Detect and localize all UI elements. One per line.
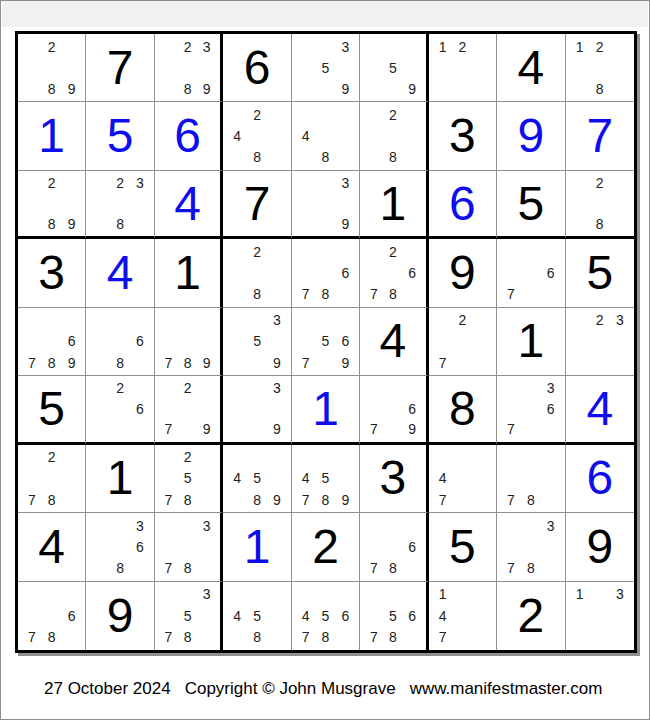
candidate-empty (364, 378, 383, 398)
candidate-8: 8 (316, 489, 336, 510)
cell-r9c6[interactable]: 5678 (360, 582, 428, 650)
candidate-2: 2 (110, 173, 130, 193)
candidate-empty (296, 78, 316, 99)
cell-r7c5[interactable]: 45789 (292, 445, 360, 513)
pencil-marks: 378 (501, 515, 560, 578)
cell-r6c6[interactable]: 679 (360, 376, 428, 444)
candidate-empty (364, 605, 383, 626)
candidate-empty (267, 627, 287, 648)
cell-r5c6[interactable]: 4 (360, 308, 428, 376)
candidate-empty (296, 193, 316, 213)
candidate-empty (364, 515, 383, 536)
given-digit: 2 (312, 523, 339, 571)
cell-r6c1[interactable]: 5 (18, 376, 86, 444)
candidate-7: 7 (364, 419, 383, 439)
candidate-empty (247, 447, 267, 468)
cell-r7c4[interactable]: 4589 (223, 445, 291, 513)
candidate-2: 2 (590, 36, 610, 57)
candidate-empty (90, 331, 110, 352)
candidate-empty (178, 331, 197, 352)
candidate-empty (433, 78, 453, 99)
candidate-empty (570, 57, 590, 78)
candidate-empty (403, 515, 422, 536)
cell-r5c4[interactable]: 359 (223, 308, 291, 376)
pencil-marks: 238 (90, 173, 149, 234)
cell-r4c4[interactable]: 28 (223, 239, 291, 307)
candidate-empty (159, 468, 178, 489)
cell-r7c1[interactable]: 278 (18, 445, 86, 513)
candidate-empty (267, 447, 287, 468)
cell-r3c5[interactable]: 39 (292, 171, 360, 239)
pencil-marks: 39 (296, 173, 355, 234)
candidate-empty (590, 193, 610, 213)
candidate-2: 2 (383, 241, 402, 262)
candidate-empty (590, 627, 610, 648)
candidate-7: 7 (501, 419, 521, 439)
candidate-5: 5 (247, 468, 267, 489)
candidate-7: 7 (433, 627, 453, 648)
cell-r9c3[interactable]: 3578 (155, 582, 223, 650)
cell-r9c8[interactable]: 2 (497, 582, 565, 650)
pencil-marks: 39 (227, 378, 286, 439)
candidate-7: 7 (159, 352, 178, 373)
candidate-2: 2 (42, 173, 62, 193)
candidate-empty (472, 78, 492, 99)
cell-r3c6[interactable]: 1 (360, 171, 428, 239)
cell-r7c7[interactable]: 47 (429, 445, 497, 513)
pencil-marks: 48 (296, 104, 355, 167)
candidate-9: 9 (62, 78, 82, 99)
candidate-empty (178, 399, 197, 419)
candidate-empty (90, 173, 110, 193)
candidate-empty (570, 214, 590, 234)
cell-r2c2[interactable]: 5 (86, 102, 154, 170)
cell-r3c1[interactable]: 289 (18, 171, 86, 239)
candidate-empty (197, 605, 216, 626)
candidate-1: 1 (570, 36, 590, 57)
cell-r8c8[interactable]: 378 (497, 513, 565, 581)
candidate-empty (110, 310, 130, 331)
candidate-empty (610, 605, 630, 626)
pencil-marks: 26 (90, 378, 149, 439)
candidate-empty (62, 310, 82, 331)
candidate-empty (335, 468, 355, 489)
pencil-marks: 5679 (296, 310, 355, 373)
candidate-empty (570, 605, 590, 626)
candidate-8: 8 (316, 147, 336, 168)
candidate-6: 6 (403, 536, 422, 557)
cell-r8c3[interactable]: 378 (155, 513, 223, 581)
cell-r8c4[interactable]: 1 (223, 513, 291, 581)
candidate-5: 5 (383, 605, 402, 626)
pencil-marks: 78 (501, 447, 560, 510)
candidate-9: 9 (267, 489, 287, 510)
candidate-7: 7 (159, 419, 178, 439)
candidate-empty (90, 214, 110, 234)
candidate-empty (159, 584, 178, 605)
candidate-empty (22, 78, 42, 99)
candidate-empty (335, 193, 355, 213)
candidate-empty (541, 557, 561, 578)
candidate-empty (42, 605, 62, 626)
candidate-empty (247, 310, 267, 331)
candidate-empty (335, 627, 355, 648)
candidate-empty (130, 352, 150, 373)
candidate-7: 7 (22, 352, 42, 373)
candidate-empty (296, 36, 316, 57)
candidate-empty (383, 126, 402, 147)
candidate-empty (197, 399, 216, 419)
candidate-6: 6 (335, 331, 355, 352)
candidate-empty (247, 584, 267, 605)
candidate-empty (335, 241, 355, 262)
candidate-empty (227, 419, 247, 439)
pencil-marks: 289 (22, 173, 81, 234)
cell-r1c4[interactable]: 6 (223, 34, 291, 102)
solved-digit: 9 (517, 112, 544, 160)
cell-r9c1[interactable]: 678 (18, 582, 86, 650)
cell-r2c6[interactable]: 28 (360, 102, 428, 170)
cell-r1c2[interactable]: 7 (86, 34, 154, 102)
candidate-empty (335, 126, 355, 147)
candidate-empty (433, 447, 453, 468)
candidate-empty (296, 310, 316, 331)
candidate-empty (383, 262, 402, 283)
cell-r6c5[interactable]: 1 (292, 376, 360, 444)
candidate-empty (521, 241, 541, 262)
cell-r6c9[interactable]: 4 (566, 376, 634, 444)
candidate-empty (197, 378, 216, 398)
top-margin-band (2, 1, 648, 27)
candidate-empty (22, 331, 42, 352)
candidate-empty (267, 126, 287, 147)
cell-r4c7[interactable]: 9 (429, 239, 497, 307)
candidate-empty (541, 419, 561, 439)
candidate-7: 7 (296, 489, 316, 510)
cell-r1c3[interactable]: 2389 (155, 34, 223, 102)
candidate-7: 7 (364, 627, 383, 648)
candidate-3: 3 (610, 310, 630, 331)
cell-r3c8[interactable]: 5 (497, 171, 565, 239)
candidate-empty (90, 557, 110, 578)
pencil-marks: 368 (90, 515, 149, 578)
cell-r8c7[interactable]: 5 (429, 513, 497, 581)
candidate-empty (42, 193, 62, 213)
candidate-empty (383, 78, 402, 99)
pencil-marks: 458 (227, 584, 286, 648)
solved-digit: 6 (174, 112, 201, 160)
candidate-empty (383, 36, 402, 57)
candidate-9: 9 (335, 489, 355, 510)
cell-r4c5[interactable]: 678 (292, 239, 360, 307)
candidate-empty (335, 147, 355, 168)
given-digit: 3 (380, 454, 407, 502)
candidate-8: 8 (247, 284, 267, 305)
candidate-empty (364, 104, 383, 125)
candidate-empty (541, 241, 561, 262)
candidate-7: 7 (296, 627, 316, 648)
candidate-8: 8 (42, 352, 62, 373)
cell-r8c2[interactable]: 368 (86, 513, 154, 581)
candidate-3: 3 (130, 515, 150, 536)
candidate-empty (247, 419, 267, 439)
candidate-8: 8 (383, 557, 402, 578)
candidate-empty (178, 515, 197, 536)
solved-digit: 1 (244, 523, 271, 571)
solved-digit: 4 (174, 180, 201, 228)
candidate-5: 5 (247, 331, 267, 352)
cell-r2c1[interactable]: 1 (18, 102, 86, 170)
candidate-empty (541, 536, 561, 557)
candidate-empty (110, 536, 130, 557)
candidate-empty (501, 378, 521, 398)
cell-r4c2[interactable]: 4 (86, 239, 154, 307)
cell-r9c2[interactable]: 9 (86, 582, 154, 650)
candidate-empty (316, 104, 336, 125)
cell-r9c4[interactable]: 458 (223, 582, 291, 650)
candidate-8: 8 (521, 489, 541, 510)
candidate-empty (403, 147, 422, 168)
given-digit: 1 (517, 317, 544, 365)
candidate-empty (159, 515, 178, 536)
candidate-empty (403, 104, 422, 125)
pencil-marks: 279 (159, 378, 216, 439)
cell-r9c5[interactable]: 45678 (292, 582, 360, 650)
solved-digit: 1 (312, 385, 339, 433)
candidate-empty (610, 352, 630, 373)
candidate-empty (90, 310, 110, 331)
candidate-3: 3 (197, 584, 216, 605)
cell-r1c6[interactable]: 59 (360, 34, 428, 102)
candidate-empty (610, 214, 630, 234)
candidate-empty (472, 57, 492, 78)
cell-r5c3[interactable]: 789 (155, 308, 223, 376)
candidate-empty (472, 352, 492, 373)
candidate-9: 9 (403, 419, 422, 439)
candidate-empty (296, 173, 316, 193)
candidate-8: 8 (110, 557, 130, 578)
cell-r6c3[interactable]: 279 (155, 376, 223, 444)
candidate-8: 8 (110, 352, 130, 373)
given-digit: 9 (449, 249, 476, 297)
given-digit: 3 (449, 112, 476, 160)
candidate-2: 2 (590, 173, 610, 193)
cell-r4c1[interactable]: 3 (18, 239, 86, 307)
candidate-empty (227, 399, 247, 419)
candidate-2: 2 (178, 378, 197, 398)
candidate-empty (296, 447, 316, 468)
candidate-empty (197, 57, 216, 78)
candidate-empty (110, 193, 130, 213)
candidate-6: 6 (62, 331, 82, 352)
cell-r2c3[interactable]: 6 (155, 102, 223, 170)
cell-r5c2[interactable]: 68 (86, 308, 154, 376)
candidate-empty (364, 584, 383, 605)
candidate-2: 2 (452, 36, 472, 57)
cell-r7c6[interactable]: 3 (360, 445, 428, 513)
cell-r4c8[interactable]: 67 (497, 239, 565, 307)
candidate-9: 9 (197, 78, 216, 99)
candidate-empty (433, 331, 453, 352)
candidate-8: 8 (42, 627, 62, 648)
cell-r7c2[interactable]: 1 (86, 445, 154, 513)
cell-r6c8[interactable]: 367 (497, 376, 565, 444)
given-digit: 6 (244, 44, 271, 92)
candidate-empty (62, 627, 82, 648)
candidate-empty (541, 489, 561, 510)
candidate-empty (110, 515, 130, 536)
cell-r1c9[interactable]: 128 (566, 34, 634, 102)
candidate-empty (316, 173, 336, 193)
candidate-3: 3 (541, 378, 561, 398)
cell-r1c7[interactable]: 12 (429, 34, 497, 102)
candidate-empty (403, 627, 422, 648)
candidate-5: 5 (316, 331, 336, 352)
pencil-marks: 147 (433, 584, 492, 648)
candidate-2: 2 (247, 241, 267, 262)
candidate-empty (472, 489, 492, 510)
cell-r4c6[interactable]: 2678 (360, 239, 428, 307)
candidate-3: 3 (197, 36, 216, 57)
candidate-8: 8 (42, 489, 62, 510)
cell-r2c9[interactable]: 7 (566, 102, 634, 170)
candidate-empty (197, 557, 216, 578)
cell-r1c8[interactable]: 4 (497, 34, 565, 102)
cell-r5c9[interactable]: 23 (566, 308, 634, 376)
candidate-8: 8 (590, 214, 610, 234)
candidate-empty (22, 447, 42, 468)
cell-r9c7[interactable]: 147 (429, 582, 497, 650)
candidate-empty (316, 78, 336, 99)
cell-r3c2[interactable]: 238 (86, 171, 154, 239)
candidate-empty (90, 399, 110, 419)
candidate-5: 5 (383, 57, 402, 78)
cell-r5c5[interactable]: 5679 (292, 308, 360, 376)
candidate-empty (452, 352, 472, 373)
cell-r6c2[interactable]: 26 (86, 376, 154, 444)
pencil-marks: 359 (296, 36, 355, 99)
candidate-empty (316, 241, 336, 262)
candidate-empty (227, 310, 247, 331)
candidate-2: 2 (452, 310, 472, 331)
cell-r5c7[interactable]: 27 (429, 308, 497, 376)
candidate-empty (178, 57, 197, 78)
cell-r3c4[interactable]: 7 (223, 171, 291, 239)
candidate-empty (316, 214, 336, 234)
cell-r2c4[interactable]: 248 (223, 102, 291, 170)
candidate-8: 8 (178, 627, 197, 648)
cell-r1c5[interactable]: 359 (292, 34, 360, 102)
candidate-empty (403, 36, 422, 57)
cell-r4c3[interactable]: 1 (155, 239, 223, 307)
candidate-empty (159, 399, 178, 419)
candidate-empty (267, 331, 287, 352)
given-digit: 7 (244, 180, 271, 228)
candidate-empty (383, 378, 402, 398)
pencil-marks: 12 (433, 36, 492, 99)
candidate-empty (335, 284, 355, 305)
candidate-9: 9 (197, 352, 216, 373)
candidate-empty (227, 104, 247, 125)
candidate-empty (62, 173, 82, 193)
candidate-empty (521, 378, 541, 398)
cell-r8c9[interactable]: 9 (566, 513, 634, 581)
cell-r2c5[interactable]: 48 (292, 102, 360, 170)
candidate-7: 7 (159, 489, 178, 510)
cell-r7c3[interactable]: 2578 (155, 445, 223, 513)
cell-r2c8[interactable]: 9 (497, 102, 565, 170)
candidate-6: 6 (541, 262, 561, 283)
cell-r8c5[interactable]: 2 (292, 513, 360, 581)
candidate-4: 4 (433, 605, 453, 626)
pencil-marks: 28 (570, 173, 630, 234)
given-digit: 8 (449, 385, 476, 433)
candidate-empty (541, 284, 561, 305)
candidate-empty (570, 352, 590, 373)
candidate-6: 6 (130, 331, 150, 352)
footer-copyright: Copyright © John Musgrave (185, 679, 396, 699)
cell-r1c1[interactable]: 289 (18, 34, 86, 102)
cell-r7c9[interactable]: 6 (566, 445, 634, 513)
cell-r8c6[interactable]: 678 (360, 513, 428, 581)
candidate-2: 2 (383, 104, 402, 125)
candidate-4: 4 (227, 605, 247, 626)
candidate-empty (42, 331, 62, 352)
candidate-6: 6 (403, 262, 422, 283)
cell-r5c8[interactable]: 1 (497, 308, 565, 376)
candidate-empty (130, 419, 150, 439)
candidate-empty (90, 352, 110, 373)
candidate-3: 3 (130, 173, 150, 193)
candidate-3: 3 (610, 584, 630, 605)
candidate-empty (267, 104, 287, 125)
cell-r7c8[interactable]: 78 (497, 445, 565, 513)
cell-r8c1[interactable]: 4 (18, 513, 86, 581)
candidate-empty (267, 468, 287, 489)
candidate-empty (501, 399, 521, 419)
candidate-3: 3 (267, 310, 287, 331)
candidate-empty (610, 36, 630, 57)
cell-r4c9[interactable]: 5 (566, 239, 634, 307)
candidate-8: 8 (42, 78, 62, 99)
cell-r9c9[interactable]: 13 (566, 582, 634, 650)
candidate-empty (130, 193, 150, 213)
pencil-marks: 45789 (296, 447, 355, 510)
given-digit: 4 (380, 317, 407, 365)
candidate-9: 9 (197, 419, 216, 439)
candidate-empty (130, 378, 150, 398)
cell-r5c1[interactable]: 6789 (18, 308, 86, 376)
solved-digit: 6 (449, 180, 476, 228)
candidate-empty (267, 605, 287, 626)
puzzle-page: 2897238963595912412815624848283972892384… (0, 0, 650, 720)
candidate-7: 7 (433, 352, 453, 373)
candidate-3: 3 (335, 173, 355, 193)
cell-r6c4[interactable]: 39 (223, 376, 291, 444)
candidate-empty (501, 468, 521, 489)
candidate-empty (364, 536, 383, 557)
cell-r3c7[interactable]: 6 (429, 171, 497, 239)
cell-r2c7[interactable]: 3 (429, 102, 497, 170)
cell-r3c9[interactable]: 28 (566, 171, 634, 239)
candidate-empty (364, 262, 383, 283)
candidate-4: 4 (296, 605, 316, 626)
candidate-2: 2 (178, 36, 197, 57)
pencil-marks: 2389 (159, 36, 216, 99)
cell-r3c3[interactable]: 4 (155, 171, 223, 239)
cell-r6c7[interactable]: 8 (429, 376, 497, 444)
candidate-2: 2 (590, 310, 610, 331)
